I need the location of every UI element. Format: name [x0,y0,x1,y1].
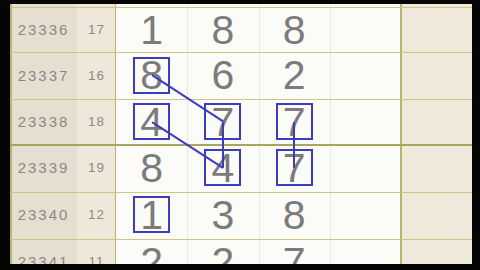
digit-sum: 17 [77,7,116,54]
digit-cell: 3 [187,192,258,239]
selection-box: 8 [204,11,241,48]
digit: 1 [140,9,163,51]
selection-box: 1 [133,196,170,233]
app-screen: { "game": "lottery-3d-number-trend-chart… [0,0,480,270]
digit-cell: 7 [259,239,330,265]
letterbox-bar-right [472,0,480,270]
digit-sum: 16 [77,52,116,99]
digit: 8 [212,9,235,51]
draw-row: 2333716862 [10,52,472,99]
digit: 1 [140,194,163,236]
selection-box: 3 [204,196,241,233]
draw-row: 2333617188 [10,7,472,54]
digit-sum: 18 [77,99,116,146]
letterbox-bar-bottom [0,264,480,270]
draw-number: 23339 [10,145,77,192]
digit-sum: 12 [77,192,116,239]
digit-cell: 8 [116,145,187,192]
selection-box: 7 [276,243,313,264]
selection-box: 6 [204,57,241,94]
digit: 2 [283,54,306,96]
connector-line [293,122,295,168]
draw-number: 23336 [10,7,77,54]
selection-box: 1 [133,11,170,48]
digit-cell: 2 [116,239,187,265]
draw-row: 2333919847 [10,145,472,192]
draw-number: 23337 [10,52,77,99]
draw-number: 23338 [10,99,77,146]
selection-box: 2 [133,243,170,264]
digit: 6 [212,54,235,96]
digit-cell: 6 [187,52,258,99]
digit-cell: 1 [116,7,187,54]
draw-number: 23341 [10,239,77,265]
digit: 8 [283,194,306,236]
draw-number: 23340 [10,192,77,239]
draw-row: 2334012138 [10,192,472,239]
digit: 8 [283,9,306,51]
digit: 2 [212,241,235,264]
draw-row: 2333818477 [10,99,472,146]
digit-cell: 8 [259,192,330,239]
selection-box: 8 [276,11,313,48]
digit: 3 [212,194,235,236]
letterbox-bar-left [0,0,10,270]
digit-cell: 8 [187,7,258,54]
digit-cell: 2 [187,239,258,265]
digit-sum: 11 [77,239,116,265]
digit-sum: 19 [77,145,116,192]
selection-box: 8 [133,149,170,186]
digit: 7 [283,241,306,264]
draw-row: 2334111227 [10,239,472,265]
digit: 2 [140,241,163,264]
trend-chart[interactable]: 2333617188233371686223338184772333919847… [10,4,472,264]
digit-cell: 1 [116,192,187,239]
selection-box: 2 [204,243,241,264]
selection-box: 8 [276,196,313,233]
digit-cell: 2 [259,52,330,99]
digit: 8 [140,147,163,189]
selection-box: 2 [276,57,313,94]
connector-line [222,122,224,168]
letterbox-bar-top [0,0,480,4]
digit-cell: 8 [259,7,330,54]
